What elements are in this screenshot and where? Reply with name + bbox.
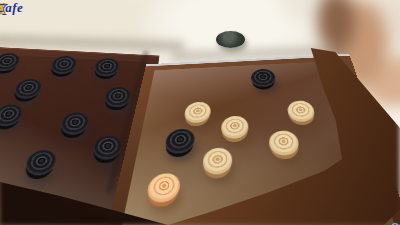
- watermark-sensual-text: SENSUAL: [391, 221, 400, 225]
- offboard-black-piece[interactable]: [216, 31, 245, 48]
- watermark-cafe-text: Cafe: [0, 0, 23, 16]
- photo-scene: XCafe X-SENSUAL: [0, 0, 400, 225]
